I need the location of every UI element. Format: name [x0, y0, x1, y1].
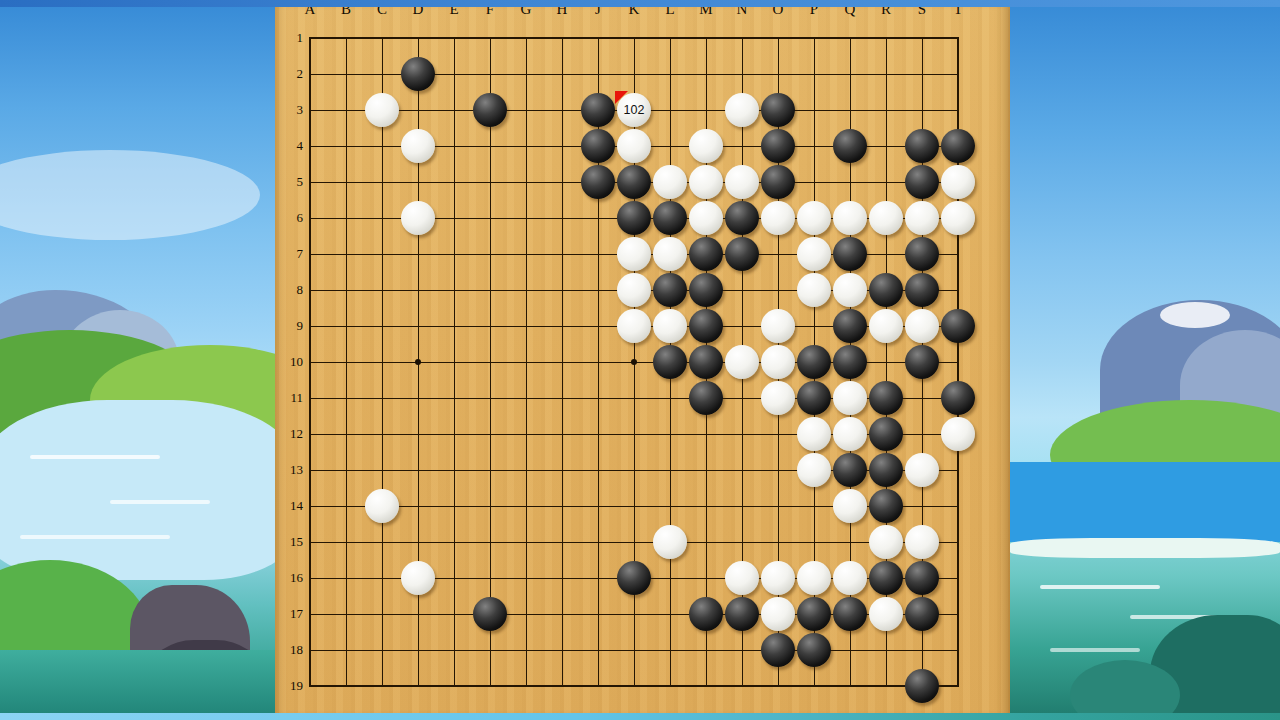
- wave-line: [1040, 585, 1160, 589]
- stone-black-P11: [797, 381, 831, 415]
- stone-black-S19: [905, 669, 939, 703]
- stone-white-Q12: [833, 417, 867, 451]
- background-right-landscape: [1010, 0, 1280, 720]
- stone-black-L6: [653, 201, 687, 235]
- stone-black-Q7: [833, 237, 867, 271]
- stone-white-S6: [905, 201, 939, 235]
- stone-black-P17: [797, 597, 831, 631]
- stone-white-L15: [653, 525, 687, 559]
- stone-black-J3: [581, 93, 615, 127]
- stone-black-S4: [905, 129, 939, 163]
- stone-white-Q11: [833, 381, 867, 415]
- stone-white-M5: [689, 165, 723, 199]
- stone-black-K5: [617, 165, 651, 199]
- row-label-10: 10: [277, 354, 303, 370]
- stone-white-O9: [761, 309, 795, 343]
- grid-line-horizontal: [309, 650, 959, 651]
- star-point-K10: [631, 359, 637, 365]
- stone-white-D6: [401, 201, 435, 235]
- stone-black-O4: [761, 129, 795, 163]
- stone-black-M11: [689, 381, 723, 415]
- stone-white-Q6: [833, 201, 867, 235]
- stone-white-D4: [401, 129, 435, 163]
- stone-black-S7: [905, 237, 939, 271]
- wave-line: [30, 455, 160, 459]
- stone-black-R12: [869, 417, 903, 451]
- row-label-13: 13: [277, 462, 303, 478]
- stone-white-T6: [941, 201, 975, 235]
- row-label-3: 3: [277, 102, 303, 118]
- move-number-label: 102: [617, 93, 651, 127]
- stone-white-Q8: [833, 273, 867, 307]
- stone-white-P8: [797, 273, 831, 307]
- grid-line-horizontal: [309, 542, 959, 543]
- snow-cap: [1160, 302, 1230, 328]
- stone-white-D16: [401, 561, 435, 595]
- star-point-D10: [415, 359, 421, 365]
- stone-white-R6: [869, 201, 903, 235]
- stone-white-O17: [761, 597, 795, 631]
- stone-black-K16: [617, 561, 651, 595]
- stone-black-Q9: [833, 309, 867, 343]
- stone-black-Q13: [833, 453, 867, 487]
- stone-black-J4: [581, 129, 615, 163]
- stone-white-M4: [689, 129, 723, 163]
- row-label-8: 8: [277, 282, 303, 298]
- shore-band: [1010, 538, 1280, 558]
- stone-black-P10: [797, 345, 831, 379]
- stone-white-S9: [905, 309, 939, 343]
- cloud: [0, 150, 260, 240]
- stone-white-L9: [653, 309, 687, 343]
- stone-black-K6: [617, 201, 651, 235]
- stone-white-P6: [797, 201, 831, 235]
- stone-white-L7: [653, 237, 687, 271]
- wave-line: [20, 535, 170, 539]
- stone-black-M10: [689, 345, 723, 379]
- stone-black-S17: [905, 597, 939, 631]
- stone-black-T9: [941, 309, 975, 343]
- stone-white-K7: [617, 237, 651, 271]
- stone-white-K3: 102: [617, 93, 651, 127]
- stone-white-S13: [905, 453, 939, 487]
- stone-black-R13: [869, 453, 903, 487]
- teal-shore: [0, 650, 275, 720]
- stone-white-P12: [797, 417, 831, 451]
- stone-black-F3: [473, 93, 507, 127]
- background-left-landscape: [0, 0, 275, 720]
- grid-line-horizontal: [309, 685, 959, 687]
- row-label-15: 15: [277, 534, 303, 550]
- stone-black-Q17: [833, 597, 867, 631]
- stone-black-S16: [905, 561, 939, 595]
- stone-black-N17: [725, 597, 759, 631]
- stone-white-S15: [905, 525, 939, 559]
- stone-black-S10: [905, 345, 939, 379]
- bottom-blue-bar: [0, 713, 1280, 720]
- stone-white-P16: [797, 561, 831, 595]
- stone-black-O5: [761, 165, 795, 199]
- stone-white-R15: [869, 525, 903, 559]
- stone-white-K4: [617, 129, 651, 163]
- stone-white-C3: [365, 93, 399, 127]
- stone-black-R14: [869, 489, 903, 523]
- stone-white-R17: [869, 597, 903, 631]
- stone-white-Q16: [833, 561, 867, 595]
- stone-white-O10: [761, 345, 795, 379]
- stone-white-T5: [941, 165, 975, 199]
- row-label-16: 16: [277, 570, 303, 586]
- stone-black-R8: [869, 273, 903, 307]
- stone-white-O6: [761, 201, 795, 235]
- stone-white-K9: [617, 309, 651, 343]
- stone-white-C14: [365, 489, 399, 523]
- row-label-19: 19: [277, 678, 303, 694]
- stone-black-F17: [473, 597, 507, 631]
- stone-white-M6: [689, 201, 723, 235]
- row-label-18: 18: [277, 642, 303, 658]
- stone-black-M9: [689, 309, 723, 343]
- stone-black-Q4: [833, 129, 867, 163]
- row-label-4: 4: [277, 138, 303, 154]
- row-label-2: 2: [277, 66, 303, 82]
- go-board[interactable]: ABCDEFGHJKLMNOPQRST123456789101112131415…: [275, 0, 1010, 720]
- stone-white-P13: [797, 453, 831, 487]
- row-label-12: 12: [277, 426, 303, 442]
- stone-black-T4: [941, 129, 975, 163]
- stone-black-D2: [401, 57, 435, 91]
- row-label-6: 6: [277, 210, 303, 226]
- row-label-14: 14: [277, 498, 303, 514]
- go-app-window: ABCDEFGHJKLMNOPQRST123456789101112131415…: [0, 0, 1280, 720]
- stone-white-N10: [725, 345, 759, 379]
- stone-white-P7: [797, 237, 831, 271]
- stone-black-O3: [761, 93, 795, 127]
- row-label-17: 17: [277, 606, 303, 622]
- stone-white-O11: [761, 381, 795, 415]
- row-label-1: 1: [277, 30, 303, 46]
- stone-black-N6: [725, 201, 759, 235]
- stone-black-N7: [725, 237, 759, 271]
- top-blue-bar: [0, 0, 1280, 7]
- row-label-9: 9: [277, 318, 303, 334]
- stone-white-N3: [725, 93, 759, 127]
- row-label-11: 11: [277, 390, 303, 406]
- stone-black-R11: [869, 381, 903, 415]
- stone-black-M17: [689, 597, 723, 631]
- stone-black-S5: [905, 165, 939, 199]
- wave-line: [110, 500, 210, 504]
- water-band: [1010, 462, 1280, 542]
- row-label-7: 7: [277, 246, 303, 262]
- stone-white-O16: [761, 561, 795, 595]
- wave-line: [1050, 648, 1140, 652]
- stone-black-J5: [581, 165, 615, 199]
- stone-white-L5: [653, 165, 687, 199]
- stone-black-M7: [689, 237, 723, 271]
- stone-white-K8: [617, 273, 651, 307]
- lake: [0, 400, 275, 580]
- stone-white-Q14: [833, 489, 867, 523]
- stone-black-L10: [653, 345, 687, 379]
- stone-black-O18: [761, 633, 795, 667]
- stone-black-M8: [689, 273, 723, 307]
- stone-white-N16: [725, 561, 759, 595]
- stone-white-R9: [869, 309, 903, 343]
- stone-black-L8: [653, 273, 687, 307]
- stone-black-T11: [941, 381, 975, 415]
- stone-black-P18: [797, 633, 831, 667]
- stone-white-N5: [725, 165, 759, 199]
- stone-white-T12: [941, 417, 975, 451]
- stone-black-Q10: [833, 345, 867, 379]
- row-label-5: 5: [277, 174, 303, 190]
- stone-black-S8: [905, 273, 939, 307]
- stone-black-R16: [869, 561, 903, 595]
